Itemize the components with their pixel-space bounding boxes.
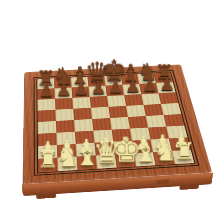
board-frame: ♜♞♝♛♚♝♞♜♟♟♟♟♟♟♟♟♟♟♟♟♟♟♟♟♜♞♝♛♚♝♞♜ [23, 64, 212, 184]
chess-board: ♜♞♝♛♚♝♞♜♟♟♟♟♟♟♟♟♟♟♟♟♟♟♟♟♜♞♝♛♚♝♞♜ [23, 64, 212, 184]
square-h7: ♟ [156, 82, 175, 93]
clasp-latch [156, 179, 169, 185]
piece-black-pawn: ♟ [125, 77, 140, 94]
square-e7: ♟ [106, 85, 125, 96]
piece-black-pawn: ♟ [108, 78, 124, 95]
square-d6 [90, 96, 109, 108]
piece-black-pawn: ♟ [56, 81, 72, 98]
square-c7: ♟ [72, 87, 90, 98]
square-b5 [55, 109, 74, 121]
board-foot-left [36, 194, 56, 199]
square-b1: ♞ [57, 157, 77, 171]
square-f6 [124, 94, 143, 106]
square-a4 [38, 121, 57, 134]
square-a1: ♜ [38, 158, 58, 173]
board-grid: ♜♞♝♛♚♝♞♜♟♟♟♟♟♟♟♟♟♟♟♟♟♟♟♟♜♞♝♛♚♝♞♜ [37, 72, 194, 172]
square-h4 [164, 114, 185, 126]
border-line-inner: ♜♞♝♛♚♝♞♜♟♟♟♟♟♟♟♟♟♟♟♟♟♟♟♟♜♞♝♛♚♝♞♜ [36, 72, 195, 173]
piece-black-pawn: ♟ [91, 79, 107, 96]
square-g6 [141, 93, 161, 105]
square-e5 [108, 106, 127, 118]
piece-black-pawn: ♟ [38, 82, 54, 99]
piece-white-knight: ♞ [56, 143, 81, 170]
border-line-outer: ♜♞♝♛♚♝♞♜♟♟♟♟♟♟♟♟♟♟♟♟♟♟♟♟♜♞♝♛♚♝♞♜ [34, 70, 200, 176]
piece-black-pawn: ♟ [159, 76, 174, 93]
chess-set-photo: ♜♞♝♛♚♝♞♜♟♟♟♟♟♟♟♟♟♟♟♟♟♟♟♟♜♞♝♛♚♝♞♜ [0, 0, 220, 220]
square-c4 [74, 119, 93, 132]
square-a7: ♟ [37, 88, 55, 99]
square-a6 [38, 99, 56, 111]
product-photo-canvas: ♜♞♝♛♚♝♞♜♟♟♟♟♟♟♟♟♟♟♟♟♟♟♟♟♜♞♝♛♚♝♞♜ [0, 0, 220, 220]
square-g7: ♟ [139, 83, 158, 94]
piece-black-pawn: ♟ [73, 80, 89, 97]
square-b7: ♟ [55, 88, 73, 99]
square-d7: ♟ [89, 86, 107, 97]
square-f5 [126, 105, 146, 117]
square-f7: ♟ [122, 84, 141, 95]
square-f4 [128, 116, 148, 129]
piece-white-rook: ♜ [37, 148, 59, 172]
piece-black-pawn: ♟ [142, 77, 157, 94]
